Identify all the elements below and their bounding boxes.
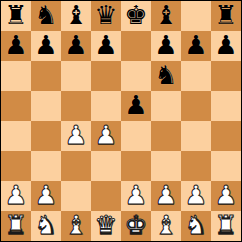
square-f5[interactable] — [151, 91, 181, 121]
square-h5[interactable] — [211, 91, 241, 121]
square-d2[interactable] — [91, 181, 121, 211]
square-h8[interactable]: ♜ — [211, 1, 241, 31]
square-h1[interactable]: ♜ — [211, 211, 241, 241]
square-c5[interactable] — [61, 91, 91, 121]
square-a8[interactable]: ♜ — [1, 1, 31, 31]
square-h4[interactable] — [211, 121, 241, 151]
square-a7[interactable]: ♟ — [1, 31, 31, 61]
piece-white-knight[interactable]: ♞ — [34, 211, 57, 240]
square-b7[interactable]: ♟ — [31, 31, 61, 61]
square-b1[interactable]: ♞ — [31, 211, 61, 241]
chess-board-frame: ♜♞♝♛♚♝♜♟♟♟♟♟♟♟♞♟♟♟♟♟♟♟♟♟♜♞♝♛♚♝♞♜ — [0, 0, 242, 242]
piece-black-pawn[interactable]: ♟ — [124, 91, 147, 120]
square-c2[interactable] — [61, 181, 91, 211]
square-e6[interactable] — [121, 61, 151, 91]
square-c8[interactable]: ♝ — [61, 1, 91, 31]
chess-board: ♜♞♝♛♚♝♜♟♟♟♟♟♟♟♞♟♟♟♟♟♟♟♟♟♜♞♝♛♚♝♞♜ — [1, 1, 241, 241]
square-f6[interactable]: ♞ — [151, 61, 181, 91]
square-f2[interactable]: ♟ — [151, 181, 181, 211]
square-g8[interactable] — [181, 1, 211, 31]
piece-white-pawn[interactable]: ♟ — [184, 181, 207, 210]
square-g3[interactable] — [181, 151, 211, 181]
square-a1[interactable]: ♜ — [1, 211, 31, 241]
square-c1[interactable]: ♝ — [61, 211, 91, 241]
square-f3[interactable] — [151, 151, 181, 181]
square-d7[interactable]: ♟ — [91, 31, 121, 61]
piece-white-pawn[interactable]: ♟ — [94, 121, 117, 150]
square-g1[interactable]: ♞ — [181, 211, 211, 241]
square-c4[interactable]: ♟ — [61, 121, 91, 151]
square-a4[interactable] — [1, 121, 31, 151]
piece-white-pawn[interactable]: ♟ — [34, 181, 57, 210]
square-b3[interactable] — [31, 151, 61, 181]
square-h7[interactable]: ♟ — [211, 31, 241, 61]
piece-white-pawn[interactable]: ♟ — [4, 181, 27, 210]
square-e8[interactable]: ♚ — [121, 1, 151, 31]
piece-white-queen[interactable]: ♛ — [94, 211, 117, 240]
square-f7[interactable]: ♟ — [151, 31, 181, 61]
square-e3[interactable] — [121, 151, 151, 181]
piece-black-king[interactable]: ♚ — [124, 1, 147, 30]
square-b2[interactable]: ♟ — [31, 181, 61, 211]
square-a5[interactable] — [1, 91, 31, 121]
piece-black-knight[interactable]: ♞ — [34, 1, 57, 30]
square-d5[interactable] — [91, 91, 121, 121]
piece-white-bishop[interactable]: ♝ — [64, 211, 87, 240]
square-d6[interactable] — [91, 61, 121, 91]
piece-white-pawn[interactable]: ♟ — [64, 121, 87, 150]
square-c7[interactable]: ♟ — [61, 31, 91, 61]
piece-black-pawn[interactable]: ♟ — [64, 31, 87, 60]
square-e2[interactable]: ♟ — [121, 181, 151, 211]
square-g2[interactable]: ♟ — [181, 181, 211, 211]
piece-black-pawn[interactable]: ♟ — [154, 31, 177, 60]
square-a3[interactable] — [1, 151, 31, 181]
piece-black-rook[interactable]: ♜ — [214, 1, 237, 30]
square-h2[interactable]: ♟ — [211, 181, 241, 211]
piece-black-knight[interactable]: ♞ — [154, 61, 177, 90]
piece-black-queen[interactable]: ♛ — [94, 1, 117, 30]
square-e1[interactable]: ♚ — [121, 211, 151, 241]
piece-black-pawn[interactable]: ♟ — [34, 31, 57, 60]
square-d1[interactable]: ♛ — [91, 211, 121, 241]
square-a2[interactable]: ♟ — [1, 181, 31, 211]
piece-black-pawn[interactable]: ♟ — [4, 31, 27, 60]
square-a6[interactable] — [1, 61, 31, 91]
square-b4[interactable] — [31, 121, 61, 151]
square-f8[interactable]: ♝ — [151, 1, 181, 31]
square-b5[interactable] — [31, 91, 61, 121]
square-f4[interactable] — [151, 121, 181, 151]
square-c3[interactable] — [61, 151, 91, 181]
square-g5[interactable] — [181, 91, 211, 121]
piece-black-bishop[interactable]: ♝ — [154, 1, 177, 30]
square-g7[interactable]: ♟ — [181, 31, 211, 61]
square-d4[interactable]: ♟ — [91, 121, 121, 151]
piece-white-knight[interactable]: ♞ — [184, 211, 207, 240]
piece-white-bishop[interactable]: ♝ — [154, 211, 177, 240]
square-b8[interactable]: ♞ — [31, 1, 61, 31]
piece-white-pawn[interactable]: ♟ — [124, 181, 147, 210]
piece-white-king[interactable]: ♚ — [124, 211, 147, 240]
piece-black-bishop[interactable]: ♝ — [64, 1, 87, 30]
square-h6[interactable] — [211, 61, 241, 91]
piece-white-rook[interactable]: ♜ — [4, 211, 27, 240]
square-d3[interactable] — [91, 151, 121, 181]
square-h3[interactable] — [211, 151, 241, 181]
square-e4[interactable] — [121, 121, 151, 151]
piece-white-rook[interactable]: ♜ — [214, 211, 237, 240]
square-f1[interactable]: ♝ — [151, 211, 181, 241]
piece-black-pawn[interactable]: ♟ — [94, 31, 117, 60]
piece-white-pawn[interactable]: ♟ — [214, 181, 237, 210]
square-e5[interactable]: ♟ — [121, 91, 151, 121]
square-e7[interactable] — [121, 31, 151, 61]
square-d8[interactable]: ♛ — [91, 1, 121, 31]
square-c6[interactable] — [61, 61, 91, 91]
square-g6[interactable] — [181, 61, 211, 91]
square-b6[interactable] — [31, 61, 61, 91]
piece-white-pawn[interactable]: ♟ — [154, 181, 177, 210]
piece-black-pawn[interactable]: ♟ — [184, 31, 207, 60]
piece-black-pawn[interactable]: ♟ — [214, 31, 237, 60]
square-g4[interactable] — [181, 121, 211, 151]
piece-black-rook[interactable]: ♜ — [4, 1, 27, 30]
